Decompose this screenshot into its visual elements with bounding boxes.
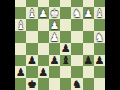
piece-b-pawn[interactable]: ♟: [83, 55, 92, 66]
square-f8[interactable]: [38, 78, 49, 90]
piece-w-pawn[interactable]: ♟: [50, 19, 59, 30]
square-g6[interactable]: ♟: [26, 55, 37, 67]
square-b2[interactable]: ♟: [83, 7, 94, 19]
square-f2[interactable]: ♟: [38, 7, 49, 19]
square-c6[interactable]: [71, 55, 82, 67]
video-frame: ♝♟♚♞♟♝♝♟♟♞♟♟♟♝♟♟♟♟♚♞: [0, 0, 120, 90]
square-h3[interactable]: ♝: [15, 19, 26, 31]
square-a7[interactable]: [94, 66, 105, 78]
piece-w-pawn[interactable]: ♟: [83, 7, 92, 18]
piece-b-bishop[interactable]: ♝: [61, 55, 70, 66]
letterbox-right: [105, 0, 120, 90]
square-b3[interactable]: [83, 19, 94, 31]
square-e8[interactable]: [49, 78, 60, 90]
square-h1[interactable]: [15, 0, 26, 7]
square-b6[interactable]: ♟: [83, 55, 94, 67]
chess-board: ♝♟♚♞♟♝♝♟♟♞♟♟♟♝♟♟♟♟♚♞: [15, 0, 105, 90]
piece-w-king[interactable]: ♚: [50, 7, 59, 18]
piece-b-king[interactable]: ♚: [27, 78, 36, 89]
piece-b-pawn[interactable]: ♟: [50, 55, 59, 66]
square-b4[interactable]: [83, 31, 94, 43]
square-e7[interactable]: [49, 66, 60, 78]
square-g3[interactable]: [26, 19, 37, 31]
square-f4[interactable]: [38, 31, 49, 43]
square-d7[interactable]: [60, 66, 71, 78]
piece-b-pawn[interactable]: ♟: [38, 67, 47, 78]
square-d1[interactable]: [60, 0, 71, 7]
square-f3[interactable]: [38, 19, 49, 31]
square-c3[interactable]: [71, 19, 82, 31]
piece-w-pawn[interactable]: ♟: [50, 31, 59, 42]
square-a8[interactable]: [94, 78, 105, 90]
piece-b-pawn[interactable]: ♟: [95, 55, 104, 66]
square-g4[interactable]: [26, 31, 37, 43]
piece-w-knight[interactable]: ♞: [72, 7, 81, 18]
square-d8[interactable]: [60, 78, 71, 90]
square-d2[interactable]: [60, 7, 71, 19]
square-c2[interactable]: ♞: [71, 7, 82, 19]
square-g8[interactable]: ♚: [26, 78, 37, 90]
square-a2[interactable]: ♝: [94, 7, 105, 19]
letterbox-left: [0, 0, 15, 90]
square-d6[interactable]: ♝: [60, 55, 71, 67]
square-e4[interactable]: ♟: [49, 31, 60, 43]
piece-b-pawn[interactable]: ♟: [16, 67, 25, 78]
piece-w-bishop[interactable]: ♝: [95, 7, 104, 18]
square-h8[interactable]: [15, 78, 26, 90]
square-h5[interactable]: [15, 43, 26, 55]
square-b8[interactable]: [83, 78, 94, 90]
square-d3[interactable]: [60, 19, 71, 31]
piece-w-bishop[interactable]: ♝: [16, 19, 25, 30]
piece-w-knight[interactable]: ♞: [95, 31, 104, 42]
square-f7[interactable]: ♟: [38, 66, 49, 78]
square-c5[interactable]: [71, 43, 82, 55]
square-h4[interactable]: [15, 31, 26, 43]
piece-b-knight[interactable]: ♞: [72, 78, 81, 89]
piece-w-pawn[interactable]: ♟: [38, 7, 47, 18]
square-a4[interactable]: ♞: [94, 31, 105, 43]
square-c8[interactable]: ♞: [71, 78, 82, 90]
square-a6[interactable]: ♟: [94, 55, 105, 67]
square-h7[interactable]: ♟: [15, 66, 26, 78]
square-c4[interactable]: [71, 31, 82, 43]
square-g2[interactable]: ♝: [26, 7, 37, 19]
piece-b-pawn[interactable]: ♟: [61, 43, 70, 54]
piece-b-pawn[interactable]: ♟: [27, 55, 36, 66]
square-e6[interactable]: ♟: [49, 55, 60, 67]
piece-w-bishop[interactable]: ♝: [27, 7, 36, 18]
square-f5[interactable]: [38, 43, 49, 55]
square-b7[interactable]: [83, 66, 94, 78]
